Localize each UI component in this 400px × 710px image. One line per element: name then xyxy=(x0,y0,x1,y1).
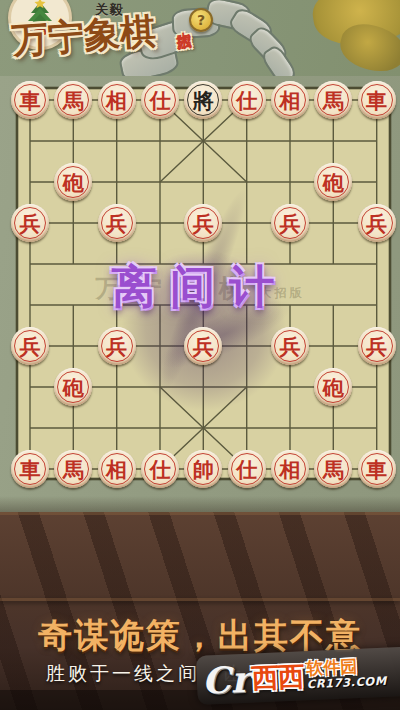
board-cell-a9[interactable]: 車 xyxy=(8,80,51,121)
board-cell-f7[interactable] xyxy=(225,162,268,203)
piece-砲[interactable]: 砲 xyxy=(54,368,92,406)
piece-ring xyxy=(317,371,349,403)
board-cell-d1[interactable] xyxy=(138,408,181,449)
cr-logo: Cr xyxy=(201,660,250,698)
piece-ring xyxy=(101,453,133,485)
piece-兵[interactable]: 兵 xyxy=(11,327,49,365)
board-cell-b2[interactable]: 砲 xyxy=(52,367,95,408)
board-cell-i0[interactable]: 車 xyxy=(355,449,398,490)
piece-ring xyxy=(57,84,89,116)
piece-仕[interactable]: 仕 xyxy=(141,81,179,119)
board-cell-b7[interactable]: 砲 xyxy=(52,162,95,203)
board-cell-a6[interactable]: 兵 xyxy=(8,203,51,244)
board-cell-e7[interactable] xyxy=(182,162,225,203)
board-cell-g8[interactable] xyxy=(268,121,311,162)
piece-ring xyxy=(57,453,89,485)
piece-ring xyxy=(101,330,133,362)
board-cell-i8[interactable] xyxy=(355,121,398,162)
board-cell-c8[interactable] xyxy=(95,121,138,162)
piece-ring xyxy=(361,453,393,485)
board-cell-c1[interactable] xyxy=(95,408,138,449)
piece-ring xyxy=(57,371,89,403)
piece-兵[interactable]: 兵 xyxy=(98,327,136,365)
screenshot: 关毅 万宁象棋 大招版 ? 万宁象棋大招版 車馬相仕將仕相馬車砲砲兵兵兵兵兵兵兵… xyxy=(0,0,400,710)
board-cell-h8[interactable] xyxy=(312,121,355,162)
piece-ring xyxy=(274,207,306,239)
board-cell-h2[interactable]: 砲 xyxy=(312,367,355,408)
board-cell-b0[interactable]: 馬 xyxy=(52,449,95,490)
board-cell-h0[interactable]: 馬 xyxy=(312,449,355,490)
help-button[interactable]: ? xyxy=(189,8,213,32)
board-cell-g3[interactable]: 兵 xyxy=(268,326,311,367)
board-cell-b8[interactable] xyxy=(52,121,95,162)
stratagem-overlay: 离间计 xyxy=(0,257,400,317)
board-cell-b1[interactable] xyxy=(52,408,95,449)
board-cell-f3[interactable] xyxy=(225,326,268,367)
board-cell-d7[interactable] xyxy=(138,162,181,203)
piece-ring xyxy=(361,207,393,239)
board-cell-e2[interactable] xyxy=(182,367,225,408)
piece-將[interactable]: 將 xyxy=(184,81,222,119)
board-cell-a0[interactable]: 車 xyxy=(8,449,51,490)
board-cell-i9[interactable]: 車 xyxy=(355,80,398,121)
piece-ring xyxy=(317,84,349,116)
piece-車[interactable]: 車 xyxy=(11,81,49,119)
floor-edge xyxy=(0,512,400,515)
piece-ring xyxy=(317,166,349,198)
board-cell-h7[interactable]: 砲 xyxy=(312,162,355,203)
piece-ring xyxy=(14,453,46,485)
piece-馬[interactable]: 馬 xyxy=(54,450,92,488)
board-cell-g7[interactable] xyxy=(268,162,311,203)
xiangqi-board: 万宁象棋大招版 車馬相仕將仕相馬車砲砲兵兵兵兵兵兵兵兵兵兵砲砲車馬相仕帥仕相馬車… xyxy=(0,76,400,512)
board-cell-d9[interactable]: 仕 xyxy=(138,80,181,121)
piece-ring xyxy=(231,453,263,485)
piece-ring xyxy=(14,84,46,116)
board-cell-d6[interactable] xyxy=(138,203,181,244)
piece-ring xyxy=(144,84,176,116)
piece-兵[interactable]: 兵 xyxy=(98,204,136,242)
piece-兵[interactable]: 兵 xyxy=(184,204,222,242)
piece-ring xyxy=(101,84,133,116)
board-cell-i6[interactable]: 兵 xyxy=(355,203,398,244)
board-cell-c3[interactable]: 兵 xyxy=(95,326,138,367)
site-domain: CR173.COM xyxy=(307,676,387,691)
piece-馬[interactable]: 馬 xyxy=(54,81,92,119)
board-cell-e6[interactable]: 兵 xyxy=(182,203,225,244)
piece-ring xyxy=(57,166,89,198)
board-cell-e1[interactable] xyxy=(182,408,225,449)
board-cell-a2[interactable] xyxy=(8,367,51,408)
board-cell-f1[interactable] xyxy=(225,408,268,449)
piece-ring xyxy=(317,453,349,485)
board-cell-g1[interactable] xyxy=(268,408,311,449)
piece-仕[interactable]: 仕 xyxy=(228,81,266,119)
piece-ring xyxy=(14,330,46,362)
piece-ring xyxy=(187,453,219,485)
site-name: 西西 xyxy=(251,662,304,691)
board-cell-c0[interactable]: 相 xyxy=(95,449,138,490)
piece-帥[interactable]: 帥 xyxy=(184,450,222,488)
board-cell-c9[interactable]: 相 xyxy=(95,80,138,121)
board-cell-d8[interactable] xyxy=(138,121,181,162)
piece-相[interactable]: 相 xyxy=(271,81,309,119)
piece-馬[interactable]: 馬 xyxy=(314,450,352,488)
board-cell-c2[interactable] xyxy=(95,367,138,408)
board-cell-a1[interactable] xyxy=(8,408,51,449)
board-cell-i3[interactable]: 兵 xyxy=(355,326,398,367)
piece-ring xyxy=(187,330,219,362)
board-cell-f9[interactable]: 仕 xyxy=(225,80,268,121)
board-cell-e9[interactable]: 將 xyxy=(182,80,225,121)
board-cell-a8[interactable] xyxy=(8,121,51,162)
piece-兵[interactable]: 兵 xyxy=(11,204,49,242)
board-cell-f8[interactable] xyxy=(225,121,268,162)
piece-ring xyxy=(144,453,176,485)
board-cell-e8[interactable] xyxy=(182,121,225,162)
piece-ring xyxy=(101,207,133,239)
piece-ring xyxy=(14,207,46,239)
piece-相[interactable]: 相 xyxy=(98,450,136,488)
piece-砲[interactable]: 砲 xyxy=(54,163,92,201)
board-cell-e0[interactable]: 帥 xyxy=(182,449,225,490)
app-title: 万宁象棋 xyxy=(10,7,157,66)
board-cell-h6[interactable] xyxy=(312,203,355,244)
board-cell-b3[interactable] xyxy=(52,326,95,367)
board-cell-g6[interactable]: 兵 xyxy=(268,203,311,244)
piece-ring xyxy=(231,84,263,116)
board-cell-g2[interactable] xyxy=(268,367,311,408)
board-cell-f2[interactable] xyxy=(225,367,268,408)
board-cell-c7[interactable] xyxy=(95,162,138,203)
piece-車[interactable]: 車 xyxy=(358,81,396,119)
piece-兵[interactable]: 兵 xyxy=(271,327,309,365)
piece-兵[interactable]: 兵 xyxy=(271,204,309,242)
board-cell-g9[interactable]: 相 xyxy=(268,80,311,121)
piece-砲[interactable]: 砲 xyxy=(314,368,352,406)
board-cell-h1[interactable] xyxy=(312,408,355,449)
board-cell-f0[interactable]: 仕 xyxy=(225,449,268,490)
board-cell-b6[interactable] xyxy=(52,203,95,244)
piece-ring xyxy=(187,84,219,116)
piece-ring xyxy=(361,84,393,116)
board-cell-c6[interactable]: 兵 xyxy=(95,203,138,244)
piece-ring xyxy=(274,84,306,116)
piece-相[interactable]: 相 xyxy=(271,450,309,488)
board-cell-h3[interactable] xyxy=(312,326,355,367)
board-cell-a3[interactable]: 兵 xyxy=(8,326,51,367)
board-cell-f6[interactable] xyxy=(225,203,268,244)
piece-車[interactable]: 車 xyxy=(358,450,396,488)
piece-砲[interactable]: 砲 xyxy=(314,163,352,201)
piece-ring xyxy=(274,330,306,362)
piece-兵[interactable]: 兵 xyxy=(184,327,222,365)
board-cell-i2[interactable] xyxy=(355,367,398,408)
piece-兵[interactable]: 兵 xyxy=(358,204,396,242)
board-cell-d2[interactable] xyxy=(138,367,181,408)
site-watermark: Cr 西西 软件园 CR173.COM xyxy=(196,647,400,705)
piece-仕[interactable]: 仕 xyxy=(228,450,266,488)
question-icon: ? xyxy=(197,12,205,28)
board-cell-d3[interactable] xyxy=(138,326,181,367)
piece-馬[interactable]: 馬 xyxy=(314,81,352,119)
piece-兵[interactable]: 兵 xyxy=(358,327,396,365)
board-cell-g0[interactable]: 相 xyxy=(268,449,311,490)
board-cell-b9[interactable]: 馬 xyxy=(52,80,95,121)
board-cell-h9[interactable]: 馬 xyxy=(312,80,355,121)
plank-seam xyxy=(0,598,400,601)
piece-車[interactable]: 車 xyxy=(11,450,49,488)
piece-ring xyxy=(361,330,393,362)
board-cell-i7[interactable] xyxy=(355,162,398,203)
board-cell-e3[interactable]: 兵 xyxy=(182,326,225,367)
board-cell-d0[interactable]: 仕 xyxy=(138,449,181,490)
piece-ring xyxy=(187,207,219,239)
piece-仕[interactable]: 仕 xyxy=(141,450,179,488)
board-cell-i1[interactable] xyxy=(355,408,398,449)
board-cell-a7[interactable] xyxy=(8,162,51,203)
piece-ring xyxy=(274,453,306,485)
piece-相[interactable]: 相 xyxy=(98,81,136,119)
